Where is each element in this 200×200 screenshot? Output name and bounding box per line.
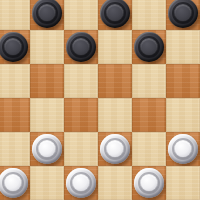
black-draughts-man[interactable]: ⛂ [0, 32, 28, 62]
black-draughts-man[interactable]: ⛂ [66, 32, 96, 62]
square-r5c0[interactable]: ⛀ [0, 166, 30, 200]
square-r3c5 [166, 98, 200, 132]
square-r1c3 [98, 30, 132, 64]
square-r0c4 [132, 0, 166, 30]
square-r5c2[interactable]: ⛀ [64, 166, 98, 200]
white-draughts-man[interactable]: ⛀ [100, 134, 130, 164]
checkers-board-viewport: ⛂⛂⛂⛂⛂⛂⛀⛀⛀⛀⛀⛀ [0, 0, 200, 200]
square-r1c2[interactable]: ⛂ [64, 30, 98, 64]
square-r5c3 [98, 166, 132, 200]
black-draughts-man[interactable]: ⛂ [32, 0, 62, 28]
piece-glyph: ⛀ [100, 134, 101, 135]
square-r3c0[interactable] [0, 98, 30, 132]
piece-glyph: ⛀ [32, 134, 33, 135]
white-draughts-man[interactable]: ⛀ [0, 168, 28, 198]
black-draughts-man[interactable]: ⛂ [100, 0, 130, 28]
square-r0c2 [64, 0, 98, 30]
square-r3c3 [98, 98, 132, 132]
white-draughts-man[interactable]: ⛀ [168, 134, 198, 164]
square-r1c1 [30, 30, 64, 64]
square-r0c0 [0, 0, 30, 30]
square-r0c1[interactable]: ⛂ [30, 0, 64, 30]
square-r4c1[interactable]: ⛀ [30, 132, 64, 166]
square-r5c5 [166, 166, 200, 200]
piece-glyph: ⛀ [66, 168, 67, 169]
white-draughts-man[interactable]: ⛀ [32, 134, 62, 164]
square-r0c5[interactable]: ⛂ [166, 0, 200, 30]
square-r3c2[interactable] [64, 98, 98, 132]
square-r2c3[interactable] [98, 64, 132, 98]
square-r4c3[interactable]: ⛀ [98, 132, 132, 166]
square-r3c4[interactable] [132, 98, 166, 132]
square-r1c4[interactable]: ⛂ [132, 30, 166, 64]
square-r2c4 [132, 64, 166, 98]
white-draughts-man[interactable]: ⛀ [134, 168, 164, 198]
black-draughts-man[interactable]: ⛂ [134, 32, 164, 62]
piece-glyph: ⛂ [66, 32, 67, 33]
square-r2c0 [0, 64, 30, 98]
square-r2c5[interactable] [166, 64, 200, 98]
square-r4c5[interactable]: ⛀ [166, 132, 200, 166]
piece-glyph: ⛀ [134, 168, 135, 169]
square-r4c2 [64, 132, 98, 166]
square-r4c4 [132, 132, 166, 166]
checkers-board: ⛂⛂⛂⛂⛂⛂⛀⛀⛀⛀⛀⛀ [0, 0, 200, 200]
square-r3c1 [30, 98, 64, 132]
square-r1c0[interactable]: ⛂ [0, 30, 30, 64]
square-r2c1[interactable] [30, 64, 64, 98]
piece-glyph: ⛂ [134, 32, 135, 33]
square-r5c1 [30, 166, 64, 200]
black-draughts-man[interactable]: ⛂ [168, 0, 198, 28]
piece-glyph: ⛀ [168, 134, 169, 135]
square-r0c3[interactable]: ⛂ [98, 0, 132, 30]
white-draughts-man[interactable]: ⛀ [66, 168, 96, 198]
square-r5c4[interactable]: ⛀ [132, 166, 166, 200]
square-r4c0 [0, 132, 30, 166]
square-r2c2 [64, 64, 98, 98]
square-r1c5 [166, 30, 200, 64]
